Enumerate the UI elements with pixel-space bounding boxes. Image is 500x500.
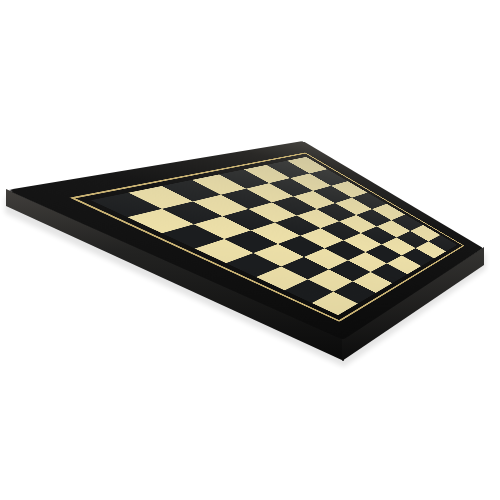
chessboard-product-photo bbox=[0, 0, 500, 500]
